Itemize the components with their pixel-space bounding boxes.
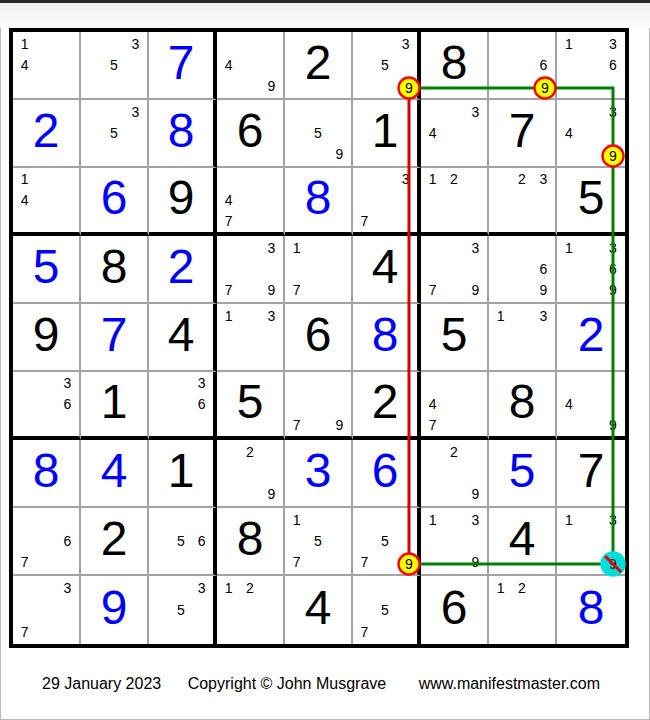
cell-r1c2[interactable]: 35	[81, 32, 149, 100]
candidates: 67	[13, 508, 79, 574]
cell-r5c8[interactable]: 13	[489, 304, 557, 372]
candidate-7: 7	[354, 552, 375, 573]
candidates: 57	[353, 576, 417, 644]
footer-website: www.manifestmaster.com	[419, 675, 600, 692]
candidates: 37	[13, 576, 79, 644]
candidates: 29	[421, 440, 487, 506]
candidate-3: 3	[125, 101, 146, 122]
candidates: 139	[421, 508, 487, 574]
cell-r4c6[interactable]: 4	[353, 236, 421, 304]
candidates: 379	[217, 236, 283, 302]
candidate-3: 3	[533, 169, 554, 190]
candidate-9: 9	[533, 76, 554, 97]
candidate-7: 7	[286, 414, 307, 435]
cell-r6c2[interactable]: 1	[81, 372, 149, 440]
candidate-6: 6	[602, 54, 624, 75]
given-digit: 4	[149, 302, 213, 368]
cell-r4c3[interactable]: 2	[149, 236, 217, 304]
solved-digit: 6	[353, 438, 417, 504]
candidate-6: 6	[191, 394, 212, 415]
candidate-9: 9	[261, 484, 282, 505]
cell-r5c9[interactable]: 2	[557, 304, 625, 372]
cell-r7c4[interactable]: 29	[217, 440, 285, 508]
cell-r2c8[interactable]: 7	[489, 100, 557, 168]
candidate-9: 9	[395, 76, 416, 97]
candidate-9: 9	[602, 414, 624, 435]
cell-r6c7[interactable]: 47	[421, 372, 489, 440]
candidate-3: 3	[465, 237, 486, 258]
cell-r6c4[interactable]: 5	[217, 372, 285, 440]
candidate-4: 4	[14, 54, 35, 75]
given-digit: 4	[489, 506, 555, 572]
candidate-5: 5	[171, 530, 192, 551]
cell-r4c7[interactable]: 379	[421, 236, 489, 304]
candidates: 13	[489, 304, 555, 370]
candidates: 49	[217, 32, 283, 98]
footer-copyright: Copyright © John Musgrave	[188, 675, 387, 692]
candidate-4: 4	[14, 190, 35, 211]
candidates: 56	[149, 508, 213, 574]
candidate-3: 3	[533, 305, 554, 326]
candidates: 136	[557, 32, 625, 98]
candidates: 14	[13, 32, 79, 98]
candidate-9: 9	[465, 280, 486, 301]
candidate-5: 5	[307, 122, 328, 143]
candidates: 12	[421, 168, 487, 232]
given-digit: 2	[353, 370, 417, 434]
cell-r9c8[interactable]: 12	[489, 576, 557, 644]
cell-r7c5[interactable]: 3	[285, 440, 353, 508]
cell-r3c2[interactable]: 6	[81, 168, 149, 236]
candidates: 157	[285, 508, 351, 574]
cell-r2c1[interactable]: 2	[13, 100, 81, 168]
cell-r8c5[interactable]: 157	[285, 508, 353, 576]
candidate-5: 5	[375, 54, 396, 75]
candidate-4: 4	[218, 54, 239, 75]
given-digit: 7	[489, 98, 555, 164]
cell-r3c1[interactable]: 14	[13, 168, 81, 236]
candidate-7: 7	[14, 621, 35, 643]
solved-digit: 7	[81, 302, 147, 368]
candidates: 69	[489, 32, 555, 98]
candidate-2: 2	[443, 169, 464, 190]
candidate-7: 7	[422, 414, 443, 435]
candidates: 379	[421, 236, 487, 302]
candidates: 35	[81, 100, 147, 166]
cell-r2c3[interactable]: 8	[149, 100, 217, 168]
cell-r7c3[interactable]: 1	[149, 440, 217, 508]
candidate-1: 1	[422, 169, 443, 190]
candidate-6: 6	[57, 530, 78, 551]
cell-r3c5[interactable]: 8	[285, 168, 353, 236]
cell-r6c6[interactable]: 2	[353, 372, 421, 440]
solved-digit: 8	[149, 98, 213, 164]
candidate-6: 6	[533, 258, 554, 279]
cell-r7c6[interactable]: 6	[353, 440, 421, 508]
cell-r1c7[interactable]: 8	[421, 32, 489, 100]
cell-r6c5[interactable]: 79	[285, 372, 353, 440]
given-digit: 9	[13, 302, 79, 368]
cell-r4c1[interactable]: 5	[13, 236, 81, 304]
cell-r2c7[interactable]: 34	[421, 100, 489, 168]
candidate-2: 2	[511, 577, 532, 599]
candidate-1: 1	[218, 305, 239, 326]
candidate-9: 9	[329, 144, 350, 165]
candidates: 36	[13, 372, 79, 436]
candidate-5: 5	[375, 530, 396, 551]
candidate-5: 5	[103, 122, 124, 143]
cell-r8c4[interactable]: 8	[217, 508, 285, 576]
cell-r6c8[interactable]: 8	[489, 372, 557, 440]
cell-r2c6[interactable]: 1	[353, 100, 421, 168]
cell-r3c3[interactable]: 9	[149, 168, 217, 236]
solved-digit: 8	[557, 574, 625, 642]
cell-r7c8[interactable]: 5	[489, 440, 557, 508]
solved-digit: 9	[81, 574, 147, 642]
candidate-5: 5	[375, 599, 396, 621]
given-digit: 8	[81, 234, 147, 300]
candidate-6: 6	[602, 258, 624, 279]
candidate-2: 2	[511, 169, 532, 190]
solved-digit: 8	[13, 438, 79, 504]
candidate-9: 9	[465, 484, 486, 505]
cell-r9c6[interactable]: 57	[353, 576, 421, 644]
candidate-7: 7	[354, 621, 375, 643]
candidate-1: 1	[558, 33, 580, 54]
cell-r9c5[interactable]: 4	[285, 576, 353, 644]
cell-r1c4[interactable]: 49	[217, 32, 285, 100]
candidates: 37	[353, 168, 417, 232]
solved-digit: 4	[81, 438, 147, 504]
candidates: 36	[149, 372, 213, 436]
candidate-5: 5	[307, 530, 328, 551]
candidate-4: 4	[558, 394, 580, 415]
candidates: 12	[489, 576, 555, 644]
solved-digit: 8	[353, 302, 417, 368]
candidate-3: 3	[395, 169, 416, 190]
candidate-3: 3	[191, 373, 212, 394]
candidate-1: 1	[14, 169, 35, 190]
footer-date: 29 January 2023	[42, 675, 161, 692]
given-digit: 6	[217, 98, 283, 164]
cell-r7c9[interactable]: 7	[557, 440, 625, 508]
solved-digit: 2	[13, 98, 79, 164]
cell-r8c6[interactable]: 579	[353, 508, 421, 576]
candidates: 349	[557, 100, 625, 166]
cell-r1c9[interactable]: 136	[557, 32, 625, 100]
given-digit: 4	[285, 574, 351, 642]
cell-r5c7[interactable]: 5	[421, 304, 489, 372]
candidates: 359	[353, 32, 417, 98]
candidates: 23	[489, 168, 555, 232]
candidates: 139	[557, 508, 625, 574]
candidates: 69	[489, 236, 555, 302]
candidate-6: 6	[533, 54, 554, 75]
candidate-1: 1	[286, 509, 307, 530]
candidate-1: 1	[490, 305, 511, 326]
candidate-1: 1	[490, 577, 511, 599]
candidate-1: 1	[558, 509, 580, 530]
candidate-3: 3	[602, 509, 624, 530]
cell-r9c4[interactable]: 12	[217, 576, 285, 644]
candidate-6: 6	[191, 530, 212, 551]
candidate-4: 4	[422, 394, 443, 415]
candidate-2: 2	[239, 577, 260, 599]
candidate-9: 9	[465, 552, 486, 573]
given-digit: 4	[353, 234, 417, 300]
cell-r4c5[interactable]: 17	[285, 236, 353, 304]
candidate-3: 3	[125, 33, 146, 54]
given-digit: 5	[217, 370, 283, 434]
candidate-1: 1	[286, 237, 307, 258]
candidates: 35	[81, 32, 147, 98]
candidate-3: 3	[602, 33, 624, 54]
candidates: 34	[421, 100, 487, 166]
candidate-7: 7	[286, 552, 307, 573]
cell-r9c1[interactable]: 37	[13, 576, 81, 644]
solved-digit: 6	[81, 166, 147, 230]
cell-r6c1[interactable]: 36	[13, 372, 81, 440]
candidate-6: 6	[57, 394, 78, 415]
cell-r8c1[interactable]: 67	[13, 508, 81, 576]
cell-r1c3[interactable]: 7	[149, 32, 217, 100]
given-digit: 6	[421, 574, 487, 642]
candidate-3: 3	[57, 577, 78, 599]
cell-r8c3[interactable]: 56	[149, 508, 217, 576]
cell-r5c4[interactable]: 13	[217, 304, 285, 372]
cell-r2c9[interactable]: 349	[557, 100, 625, 168]
candidate-1: 1	[14, 33, 35, 54]
cell-r3c9[interactable]: 5	[557, 168, 625, 236]
candidate-4: 4	[422, 122, 443, 143]
candidates: 1369	[557, 236, 625, 302]
candidate-9: 9	[395, 552, 416, 573]
cell-r4c2[interactable]: 8	[81, 236, 149, 304]
candidates: 14	[13, 168, 79, 232]
given-digit: 5	[421, 302, 487, 368]
candidate-3: 3	[602, 237, 624, 258]
candidate-2: 2	[443, 441, 464, 462]
candidate-7: 7	[14, 552, 35, 573]
given-digit: 9	[149, 166, 213, 230]
candidate-1: 1	[422, 509, 443, 530]
given-digit: 8	[489, 370, 555, 434]
cell-r9c3[interactable]: 35	[149, 576, 217, 644]
given-digit: 8	[217, 506, 283, 572]
solved-digit: 2	[557, 302, 625, 368]
cell-r5c6[interactable]: 8	[353, 304, 421, 372]
candidates: 17	[285, 236, 351, 302]
cell-r7c2[interactable]: 4	[81, 440, 149, 508]
cell-r2c5[interactable]: 59	[285, 100, 353, 168]
candidate-9: 9	[261, 280, 282, 301]
candidate-4: 4	[218, 190, 239, 211]
candidate-9: 9	[533, 280, 554, 301]
candidates: 13	[217, 304, 283, 370]
given-digit: 1	[353, 98, 417, 164]
cell-r5c1[interactable]: 9	[13, 304, 81, 372]
given-digit: 1	[81, 370, 147, 434]
footer: 29 January 2023 Copyright © John Musgrav…	[42, 675, 600, 693]
candidate-3: 3	[602, 101, 624, 122]
candidate-7: 7	[286, 280, 307, 301]
candidate-3: 3	[465, 101, 486, 122]
solved-digit: 7	[149, 30, 213, 96]
cell-r8c8[interactable]: 4	[489, 508, 557, 576]
candidate-7: 7	[218, 280, 239, 301]
candidate-3: 3	[261, 305, 282, 326]
cell-r7c7[interactable]: 29	[421, 440, 489, 508]
candidates: 79	[285, 372, 351, 436]
cell-r1c5[interactable]: 2	[285, 32, 353, 100]
candidate-7: 7	[354, 210, 375, 231]
candidate-9: 9	[329, 414, 350, 435]
candidates: 12	[217, 576, 283, 644]
candidates: 59	[285, 100, 351, 166]
solved-digit: 5	[13, 234, 79, 300]
given-digit: 2	[81, 506, 147, 572]
cell-r4c4[interactable]: 379	[217, 236, 285, 304]
given-digit: 6	[285, 302, 351, 368]
cell-r1c8[interactable]: 69	[489, 32, 557, 100]
cell-r9c9[interactable]: 8	[557, 576, 625, 644]
cell-r7c1[interactable]: 8	[13, 440, 81, 508]
candidate-3: 3	[57, 373, 78, 394]
candidates: 47	[217, 168, 283, 232]
candidate-5: 5	[103, 54, 124, 75]
candidate-9: 9	[602, 552, 624, 573]
candidate-7: 7	[422, 280, 443, 301]
sudoku-board: 1435749235986913623586591347349146947837…	[9, 28, 629, 648]
cell-r8c9[interactable]: 139	[557, 508, 625, 576]
given-digit: 5	[557, 166, 625, 230]
cell-r6c9[interactable]: 49	[557, 372, 625, 440]
cell-r5c3[interactable]: 4	[149, 304, 217, 372]
candidate-9: 9	[602, 280, 624, 301]
header-strip	[0, 3, 650, 28]
solved-digit: 5	[489, 438, 555, 504]
candidate-3: 3	[191, 577, 212, 599]
candidates: 579	[353, 508, 417, 574]
candidate-3: 3	[261, 237, 282, 258]
cell-r5c2[interactable]: 7	[81, 304, 149, 372]
cell-r9c2[interactable]: 9	[81, 576, 149, 644]
cell-r3c4[interactable]: 47	[217, 168, 285, 236]
cell-r4c9[interactable]: 1369	[557, 236, 625, 304]
cell-r5c5[interactable]: 6	[285, 304, 353, 372]
candidate-4: 4	[558, 122, 580, 143]
cell-r2c2[interactable]: 35	[81, 100, 149, 168]
candidate-3: 3	[465, 509, 486, 530]
candidates: 35	[149, 576, 213, 644]
cell-r6c3[interactable]: 36	[149, 372, 217, 440]
cell-r3c6[interactable]: 37	[353, 168, 421, 236]
solved-digit: 8	[285, 166, 351, 230]
cell-r2c4[interactable]: 6	[217, 100, 285, 168]
candidate-9: 9	[602, 144, 624, 165]
candidate-9: 9	[261, 76, 282, 97]
candidate-3: 3	[395, 33, 416, 54]
solved-digit: 2	[149, 234, 213, 300]
cell-r4c8[interactable]: 69	[489, 236, 557, 304]
candidate-5: 5	[171, 599, 192, 621]
candidates: 49	[557, 372, 625, 436]
cell-r3c8[interactable]: 23	[489, 168, 557, 236]
solved-digit: 3	[285, 438, 351, 504]
candidates: 29	[217, 440, 283, 506]
given-digit: 7	[557, 438, 625, 504]
page-frame: 1435749235986913623586591347349146947837…	[0, 0, 650, 720]
cell-r8c7[interactable]: 139	[421, 508, 489, 576]
candidate-1: 1	[558, 237, 580, 258]
cell-r9c7[interactable]: 6	[421, 576, 489, 644]
candidate-7: 7	[218, 210, 239, 231]
candidates: 47	[421, 372, 487, 436]
cell-r1c6[interactable]: 359	[353, 32, 421, 100]
given-digit: 2	[285, 30, 351, 96]
cell-r8c2[interactable]: 2	[81, 508, 149, 576]
candidate-1: 1	[218, 577, 239, 599]
given-digit: 1	[149, 438, 213, 504]
given-digit: 8	[421, 30, 487, 96]
cell-r3c7[interactable]: 12	[421, 168, 489, 236]
cell-r1c1[interactable]: 14	[13, 32, 81, 100]
candidate-2: 2	[239, 441, 260, 462]
